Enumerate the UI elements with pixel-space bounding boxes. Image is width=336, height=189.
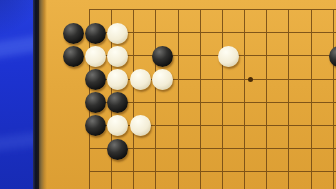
black-stone <box>107 139 128 160</box>
black-stone <box>329 46 336 67</box>
go-board-grid[interactable] <box>40 0 336 184</box>
white-stone <box>218 46 239 67</box>
white-stone <box>107 23 128 44</box>
black-stone <box>63 23 84 44</box>
backdrop-light-streak <box>0 130 34 152</box>
desktop-background <box>0 0 34 189</box>
backdrop-light-streak <box>0 33 34 60</box>
star-point <box>248 77 253 82</box>
white-stone <box>152 69 173 90</box>
black-stone <box>152 46 173 67</box>
black-stone <box>85 69 106 90</box>
black-stone <box>63 46 84 67</box>
white-stone <box>130 69 151 90</box>
black-stone <box>85 115 106 136</box>
black-stone <box>85 23 106 44</box>
white-stone <box>85 46 106 67</box>
black-stone <box>85 92 106 113</box>
white-stone <box>107 115 128 136</box>
backdrop-shading <box>0 0 34 36</box>
white-stone <box>107 46 128 67</box>
board-left-edge <box>38 0 47 189</box>
screenshot-root <box>0 0 336 189</box>
white-stone <box>107 69 128 90</box>
white-stone <box>130 115 151 136</box>
window-edge-divider <box>33 0 39 189</box>
black-stone <box>107 92 128 113</box>
